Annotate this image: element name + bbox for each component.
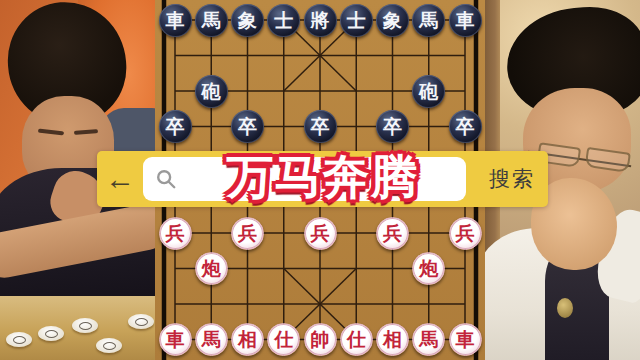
piece-red-f8r6: 兵	[449, 217, 482, 250]
piece-red-f1r9: 馬	[195, 323, 228, 356]
search-query-text: 万马奔腾	[227, 146, 419, 209]
piece-red-f0r6: 兵	[159, 217, 192, 250]
piece-black-f6r0: 象	[376, 4, 409, 37]
piece-black-f1r0: 馬	[195, 4, 228, 37]
wooden-board-table	[0, 296, 157, 360]
piece-red-f2r6: 兵	[231, 217, 264, 250]
video-thumbnail: 車馬象士將士象馬車砲砲卒卒卒卒卒兵兵兵兵兵炮炮車馬相仕帥仕相馬車 ← 搜索 万马…	[0, 0, 640, 360]
vest-badge	[557, 298, 573, 318]
table-piece	[72, 318, 98, 333]
piece-black-f4r3: 卒	[304, 110, 337, 143]
piece-red-f5r9: 仕	[340, 323, 373, 356]
piece-red-f1r7: 炮	[195, 252, 228, 285]
piece-black-f6r3: 卒	[376, 110, 409, 143]
piece-black-f7r2: 砲	[412, 75, 445, 108]
piece-black-f0r0: 車	[159, 4, 192, 37]
piece-red-f0r9: 車	[159, 323, 192, 356]
piece-black-f8r0: 車	[449, 4, 482, 37]
table-piece	[6, 332, 32, 347]
piece-black-f0r3: 卒	[159, 110, 192, 143]
piece-black-f8r3: 卒	[449, 110, 482, 143]
piece-black-f7r0: 馬	[412, 4, 445, 37]
piece-black-f1r2: 砲	[195, 75, 228, 108]
back-arrow-icon[interactable]: ←	[97, 162, 143, 196]
piece-red-f6r9: 相	[376, 323, 409, 356]
piece-red-f2r9: 相	[231, 323, 264, 356]
piece-red-f4r9: 帥	[304, 323, 337, 356]
piece-black-f4r0: 將	[304, 4, 337, 37]
search-icon	[155, 168, 177, 190]
search-button[interactable]: 搜索	[476, 165, 548, 193]
table-piece	[128, 314, 154, 329]
piece-black-f3r0: 士	[267, 4, 300, 37]
piece-red-f4r6: 兵	[304, 217, 337, 250]
search-bar: ← 搜索 万马奔腾	[97, 151, 548, 207]
table-piece	[38, 326, 64, 341]
piece-red-f8r9: 車	[449, 323, 482, 356]
table-piece	[96, 338, 122, 353]
piece-black-f2r3: 卒	[231, 110, 264, 143]
piece-red-f6r6: 兵	[376, 217, 409, 250]
piece-black-f5r0: 士	[340, 4, 373, 37]
piece-black-f2r0: 象	[231, 4, 264, 37]
